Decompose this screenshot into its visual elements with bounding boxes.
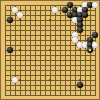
star-point <box>49 49 51 51</box>
star-point <box>49 19 51 21</box>
black-stone <box>7 47 13 53</box>
board-grid <box>5 5 96 96</box>
star-point <box>19 79 21 81</box>
white-stone <box>52 7 58 13</box>
star-point <box>49 79 51 81</box>
black-stone <box>92 32 98 38</box>
star-point <box>79 79 81 81</box>
white-stone <box>92 2 98 8</box>
white-stone <box>17 12 23 18</box>
star-point <box>19 49 21 51</box>
star-point <box>19 19 21 21</box>
star-point <box>79 49 81 51</box>
black-stone <box>77 27 83 33</box>
black-stone <box>7 17 13 23</box>
go-board[interactable] <box>0 0 100 100</box>
white-stone <box>12 77 18 83</box>
black-stone <box>77 82 83 88</box>
black-stone <box>82 12 88 18</box>
white-stone <box>92 42 98 48</box>
last-move-marker <box>89 49 91 51</box>
black-stone <box>87 47 93 53</box>
